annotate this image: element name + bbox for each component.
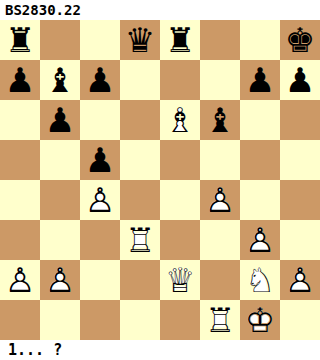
chess-puzzle-window: BS2830.22 ♜♛♜♚♟♝♟♟♟♟♝♗♝♟♟♙♟♙♜♖♟♙♟♙♟♙♛♕♞♘… [0,0,320,360]
square-d8[interactable]: ♛ [120,20,160,60]
square-e7[interactable] [160,60,200,100]
piece-white-pawn[interactable]: ♟♙ [80,180,120,220]
square-d7[interactable] [120,60,160,100]
piece-white-pawn[interactable]: ♟♙ [280,260,320,300]
square-c6[interactable] [80,100,120,140]
square-f1[interactable]: ♜♖ [200,300,240,340]
piece-white-pawn[interactable]: ♟♙ [200,180,240,220]
piece-black-rook[interactable]: ♜ [160,20,200,60]
square-c8[interactable] [80,20,120,60]
piece-black-pawn[interactable]: ♟ [80,60,120,100]
square-h5[interactable] [280,140,320,180]
square-b8[interactable] [40,20,80,60]
square-h7[interactable]: ♟ [280,60,320,100]
square-c2[interactable] [80,260,120,300]
piece-black-bishop[interactable]: ♝ [40,60,80,100]
square-a7[interactable]: ♟ [0,60,40,100]
piece-black-rook[interactable]: ♜ [0,20,40,60]
square-a4[interactable] [0,180,40,220]
square-b4[interactable] [40,180,80,220]
square-c5[interactable]: ♟ [80,140,120,180]
chess-board: ♜♛♜♚♟♝♟♟♟♟♝♗♝♟♟♙♟♙♜♖♟♙♟♙♟♙♛♕♞♘♟♙♜♖♚♔ [0,20,320,340]
square-f7[interactable] [200,60,240,100]
square-b6[interactable]: ♟ [40,100,80,140]
square-c3[interactable] [80,220,120,260]
square-d1[interactable] [120,300,160,340]
piece-white-pawn[interactable]: ♟♙ [240,220,280,260]
square-d5[interactable] [120,140,160,180]
square-f6[interactable]: ♝ [200,100,240,140]
piece-white-bishop[interactable]: ♝♗ [160,100,200,140]
square-a8[interactable]: ♜ [0,20,40,60]
square-e6[interactable]: ♝♗ [160,100,200,140]
piece-white-pawn[interactable]: ♟♙ [40,260,80,300]
square-e8[interactable]: ♜ [160,20,200,60]
square-h8[interactable]: ♚ [280,20,320,60]
square-b7[interactable]: ♝ [40,60,80,100]
square-g2[interactable]: ♞♘ [240,260,280,300]
piece-white-king[interactable]: ♚♔ [240,300,280,340]
square-b3[interactable] [40,220,80,260]
square-h1[interactable] [280,300,320,340]
square-b5[interactable] [40,140,80,180]
piece-black-pawn[interactable]: ♟ [240,60,280,100]
square-b1[interactable] [40,300,80,340]
piece-black-pawn[interactable]: ♟ [280,60,320,100]
square-a2[interactable]: ♟♙ [0,260,40,300]
piece-white-rook[interactable]: ♜♖ [200,300,240,340]
square-e5[interactable] [160,140,200,180]
puzzle-id-label: BS2830.22 [0,0,320,20]
square-c7[interactable]: ♟ [80,60,120,100]
square-d4[interactable] [120,180,160,220]
piece-black-pawn[interactable]: ♟ [40,100,80,140]
piece-black-king[interactable]: ♚ [280,20,320,60]
square-e4[interactable] [160,180,200,220]
piece-white-rook[interactable]: ♜♖ [120,220,160,260]
square-d2[interactable] [120,260,160,300]
square-g5[interactable] [240,140,280,180]
piece-white-queen[interactable]: ♛♕ [160,260,200,300]
square-g8[interactable] [240,20,280,60]
square-h3[interactable] [280,220,320,260]
square-e1[interactable] [160,300,200,340]
piece-black-pawn[interactable]: ♟ [80,140,120,180]
square-a5[interactable] [0,140,40,180]
square-c1[interactable] [80,300,120,340]
square-f4[interactable]: ♟♙ [200,180,240,220]
square-h6[interactable] [280,100,320,140]
square-g1[interactable]: ♚♔ [240,300,280,340]
square-e2[interactable]: ♛♕ [160,260,200,300]
square-f3[interactable] [200,220,240,260]
piece-white-knight[interactable]: ♞♘ [240,260,280,300]
square-g6[interactable] [240,100,280,140]
square-b2[interactable]: ♟♙ [40,260,80,300]
square-f2[interactable] [200,260,240,300]
piece-black-bishop[interactable]: ♝ [200,100,240,140]
move-prompt-label: 1... ? [0,340,320,360]
square-a6[interactable] [0,100,40,140]
square-f5[interactable] [200,140,240,180]
square-c4[interactable]: ♟♙ [80,180,120,220]
square-h2[interactable]: ♟♙ [280,260,320,300]
square-d6[interactable] [120,100,160,140]
square-h4[interactable] [280,180,320,220]
square-d3[interactable]: ♜♖ [120,220,160,260]
piece-white-pawn[interactable]: ♟♙ [0,260,40,300]
square-f8[interactable] [200,20,240,60]
square-g7[interactable]: ♟ [240,60,280,100]
square-g4[interactable] [240,180,280,220]
square-e3[interactable] [160,220,200,260]
square-a1[interactable] [0,300,40,340]
square-a3[interactable] [0,220,40,260]
piece-black-pawn[interactable]: ♟ [0,60,40,100]
square-g3[interactable]: ♟♙ [240,220,280,260]
piece-black-queen[interactable]: ♛ [120,20,160,60]
